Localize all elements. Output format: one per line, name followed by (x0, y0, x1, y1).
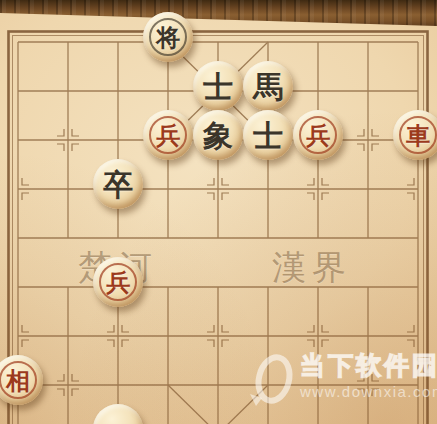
board-point: 象 (193, 116, 243, 165)
board-point: 兵 (93, 263, 143, 312)
piece-black-advisor[interactable]: 士 (243, 110, 293, 160)
piece-glyph: 相 (6, 369, 30, 393)
pieces-layer[interactable]: 将士馬兵象士兵車卒兵相 (0, 18, 437, 424)
piece-glyph: 士 (253, 121, 283, 151)
piece-glyph: 将 (156, 26, 180, 50)
board-point: 卒 (93, 165, 143, 214)
board-point: 兵 (143, 116, 193, 165)
piece-black-advisor[interactable]: 士 (193, 61, 243, 111)
board-point: 将 (143, 18, 193, 67)
piece-glyph: 馬 (253, 72, 283, 102)
board-point: 兵 (293, 116, 343, 165)
piece-black-soldier[interactable]: 卒 (93, 159, 143, 209)
piece-red-soldier[interactable]: 兵 (293, 110, 343, 160)
piece-glyph: 兵 (306, 124, 330, 148)
piece-glyph: 士 (203, 72, 233, 102)
piece-glyph: 象 (203, 121, 233, 151)
piece-black-elephant[interactable]: 象 (193, 110, 243, 160)
piece-glyph: 卒 (103, 170, 133, 200)
piece-unknown-cropped[interactable] (93, 404, 143, 424)
piece-black-horse[interactable]: 馬 (243, 61, 293, 111)
piece-glyph: 兵 (156, 124, 180, 148)
piece-glyph: 兵 (106, 271, 130, 295)
piece-glyph: 車 (406, 124, 430, 148)
piece-red-soldier[interactable]: 兵 (93, 257, 143, 307)
board-point: 馬 (243, 67, 293, 116)
piece-red-elephant[interactable]: 相 (0, 355, 43, 405)
piece-red-soldier[interactable]: 兵 (143, 110, 193, 160)
board-point (93, 410, 143, 424)
piece-black-general[interactable]: 将 (143, 12, 193, 62)
board-point: 士 (243, 116, 293, 165)
board-point: 相 (0, 361, 43, 410)
board-point: 士 (193, 67, 243, 116)
piece-red-chariot[interactable]: 車 (393, 110, 437, 160)
xiangqi-app-screenshot: 楚河 漢界 将士馬兵象士兵車卒兵相 当下软件园 www.downxia.com (0, 0, 437, 424)
board-point: 車 (393, 116, 437, 165)
